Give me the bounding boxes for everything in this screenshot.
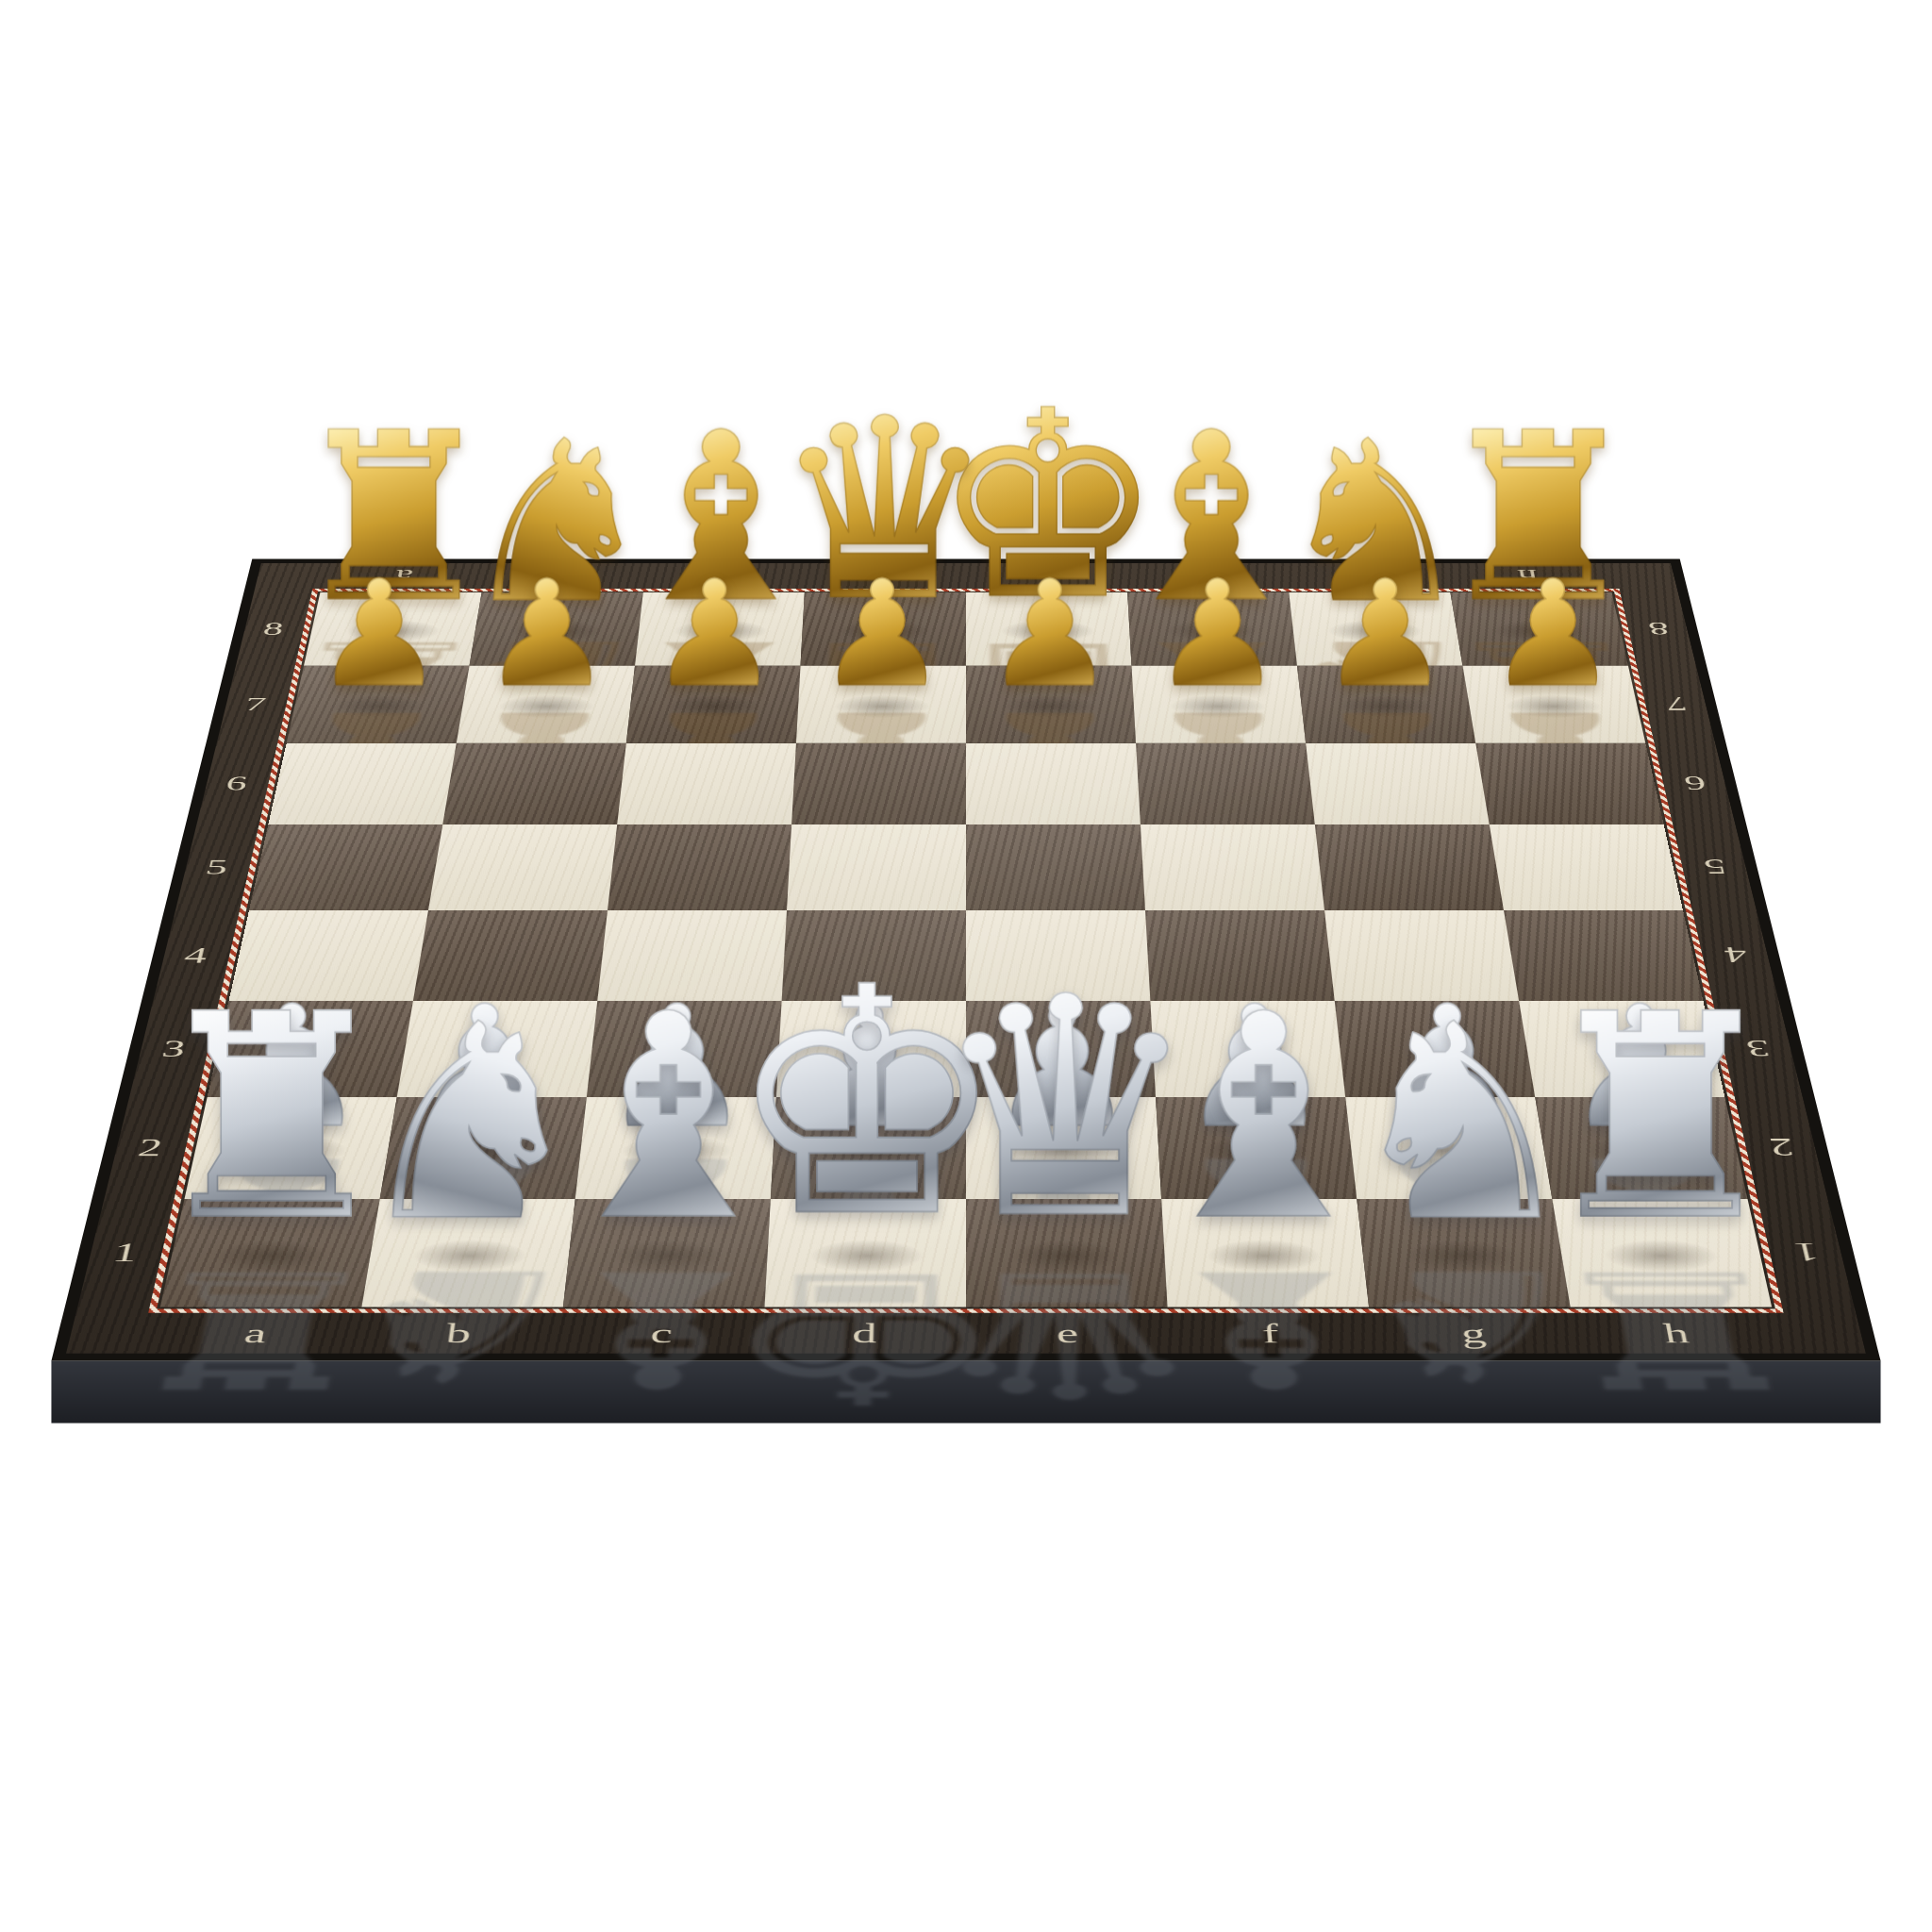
piece-silver-rook-a1[interactable]: ♜ <box>145 985 398 1253</box>
piece-gold-pawn-a7[interactable]: ♟ <box>314 566 444 705</box>
piece-gold-pawn-g7[interactable]: ♟ <box>1320 566 1450 705</box>
scene: ♜♜♞♞♝♝♛♛♚♚♝♝♞♞♜♜♟♟♟♟♟♟♟♟♟♟♟♟♟♟♟♟♟♟♟♟♟♟♟♟… <box>0 0 1932 1932</box>
square-a5[interactable] <box>249 824 442 910</box>
square-e7[interactable]: ♟♟ <box>966 666 1136 743</box>
square-a1[interactable]: ♜♜ <box>160 1199 380 1307</box>
square-g5[interactable] <box>1315 824 1504 910</box>
board-front-edge <box>51 1360 1880 1423</box>
square-b7[interactable]: ♟♟ <box>457 666 635 743</box>
square-g7[interactable]: ♟♟ <box>1297 666 1475 743</box>
square-e5[interactable] <box>966 824 1145 910</box>
square-d7[interactable]: ♟♟ <box>796 666 966 743</box>
piece-gold-pawn-h7[interactable]: ♟ <box>1488 566 1618 705</box>
square-f1[interactable]: ♝♝ <box>1161 1199 1369 1307</box>
piece-gold-pawn-d7[interactable]: ♟ <box>817 566 947 705</box>
piece-silver-bishop-c1[interactable]: ♝ <box>542 985 795 1253</box>
square-b5[interactable] <box>428 824 617 910</box>
board[interactable]: ♜♜♞♞♝♝♛♛♚♚♝♝♞♞♜♜♟♟♟♟♟♟♟♟♟♟♟♟♟♟♟♟♟♟♟♟♟♟♟♟… <box>51 558 1880 1360</box>
piece-gold-pawn-c7[interactable]: ♟ <box>649 566 779 705</box>
piece-gold-pawn-b7[interactable]: ♟ <box>481 566 611 705</box>
square-c5[interactable] <box>608 824 791 910</box>
square-c1[interactable]: ♝♝ <box>563 1199 771 1307</box>
square-h5[interactable] <box>1490 824 1683 910</box>
square-c7[interactable]: ♟♟ <box>626 666 801 743</box>
square-f7[interactable]: ♟♟ <box>1131 666 1306 743</box>
piece-gold-pawn-e7[interactable]: ♟ <box>985 566 1115 705</box>
square-a7[interactable]: ♟♟ <box>287 666 470 743</box>
piece-silver-bishop-f1[interactable]: ♝ <box>1137 985 1390 1253</box>
playing-area: ♜♜♞♞♝♝♛♛♚♚♝♝♞♞♜♜♟♟♟♟♟♟♟♟♟♟♟♟♟♟♟♟♟♟♟♟♟♟♟♟… <box>160 592 1772 1307</box>
piece-silver-rook-h1[interactable]: ♜ <box>1534 985 1787 1253</box>
piece-gold-pawn-f7[interactable]: ♟ <box>1152 566 1282 705</box>
square-d5[interactable] <box>787 824 966 910</box>
square-f5[interactable] <box>1141 824 1324 910</box>
square-h1[interactable]: ♜♜ <box>1552 1199 1772 1307</box>
square-h7[interactable]: ♟♟ <box>1462 666 1645 743</box>
